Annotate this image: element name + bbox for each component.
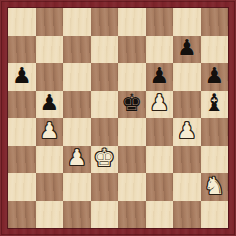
square-g7[interactable]: ♟	[173, 36, 201, 64]
square-c7[interactable]	[63, 36, 91, 64]
square-a4[interactable]	[8, 118, 36, 146]
square-d5[interactable]	[91, 91, 119, 119]
square-h5[interactable]: ♝	[201, 91, 229, 119]
square-e5[interactable]: ♚	[118, 91, 146, 119]
square-f5[interactable]: ♟	[146, 91, 174, 119]
square-h4[interactable]	[201, 118, 229, 146]
square-f3[interactable]	[146, 146, 174, 174]
black-pawn[interactable]: ♟	[177, 37, 197, 59]
chess-board: ♟♟♟♟♟♚♟♝♟♟♟♚♞	[8, 8, 228, 228]
square-f6[interactable]: ♟	[146, 63, 174, 91]
square-b4[interactable]: ♟	[36, 118, 64, 146]
square-g5[interactable]	[173, 91, 201, 119]
square-g4[interactable]: ♟	[173, 118, 201, 146]
square-g3[interactable]	[173, 146, 201, 174]
square-h7[interactable]	[201, 36, 229, 64]
square-a6[interactable]: ♟	[8, 63, 36, 91]
square-e1[interactable]	[118, 201, 146, 229]
square-d6[interactable]	[91, 63, 119, 91]
square-b5[interactable]: ♟	[36, 91, 64, 119]
square-f7[interactable]	[146, 36, 174, 64]
square-d2[interactable]	[91, 173, 119, 201]
square-h3[interactable]	[201, 146, 229, 174]
white-pawn[interactable]: ♟	[67, 147, 87, 169]
square-b3[interactable]	[36, 146, 64, 174]
white-pawn[interactable]: ♟	[39, 120, 59, 142]
square-g8[interactable]	[173, 8, 201, 36]
square-c3[interactable]: ♟	[63, 146, 91, 174]
square-e4[interactable]	[118, 118, 146, 146]
square-e7[interactable]	[118, 36, 146, 64]
square-f4[interactable]	[146, 118, 174, 146]
board-frame: ♟♟♟♟♟♚♟♝♟♟♟♚♞	[0, 0, 236, 236]
square-b6[interactable]	[36, 63, 64, 91]
square-c4[interactable]	[63, 118, 91, 146]
square-a5[interactable]	[8, 91, 36, 119]
square-h2[interactable]: ♞	[201, 173, 229, 201]
square-g1[interactable]	[173, 201, 201, 229]
black-bishop[interactable]: ♝	[203, 91, 225, 115]
square-g6[interactable]	[173, 63, 201, 91]
square-a8[interactable]	[8, 8, 36, 36]
square-a2[interactable]	[8, 173, 36, 201]
white-king[interactable]: ♚	[93, 146, 115, 170]
square-h1[interactable]	[201, 201, 229, 229]
square-c1[interactable]	[63, 201, 91, 229]
square-e6[interactable]	[118, 63, 146, 91]
square-c5[interactable]	[63, 91, 91, 119]
square-a1[interactable]	[8, 201, 36, 229]
square-f2[interactable]	[146, 173, 174, 201]
square-b2[interactable]	[36, 173, 64, 201]
black-king[interactable]: ♚	[121, 91, 143, 115]
black-pawn[interactable]: ♟	[204, 65, 224, 87]
square-d4[interactable]	[91, 118, 119, 146]
black-pawn[interactable]: ♟	[149, 65, 169, 87]
white-knight[interactable]: ♞	[203, 174, 225, 198]
black-pawn[interactable]: ♟	[12, 65, 32, 87]
square-a3[interactable]	[8, 146, 36, 174]
square-c2[interactable]	[63, 173, 91, 201]
square-b1[interactable]	[36, 201, 64, 229]
square-e8[interactable]	[118, 8, 146, 36]
square-b7[interactable]	[36, 36, 64, 64]
square-e2[interactable]	[118, 173, 146, 201]
square-d8[interactable]	[91, 8, 119, 36]
square-b8[interactable]	[36, 8, 64, 36]
square-d1[interactable]	[91, 201, 119, 229]
white-pawn[interactable]: ♟	[149, 92, 169, 114]
square-d7[interactable]	[91, 36, 119, 64]
square-g2[interactable]	[173, 173, 201, 201]
square-f8[interactable]	[146, 8, 174, 36]
square-e3[interactable]	[118, 146, 146, 174]
square-h8[interactable]	[201, 8, 229, 36]
black-pawn[interactable]: ♟	[39, 92, 59, 114]
square-c6[interactable]	[63, 63, 91, 91]
white-pawn[interactable]: ♟	[177, 120, 197, 142]
square-h6[interactable]: ♟	[201, 63, 229, 91]
square-c8[interactable]	[63, 8, 91, 36]
square-a7[interactable]	[8, 36, 36, 64]
square-f1[interactable]	[146, 201, 174, 229]
square-d3[interactable]: ♚	[91, 146, 119, 174]
